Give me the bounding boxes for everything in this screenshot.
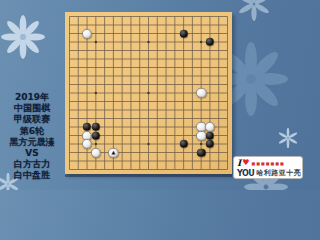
caption-vs: VS: [0, 148, 64, 159]
sparkle-decoration-right: [278, 128, 298, 148]
go-board[interactable]: ▲: [65, 12, 232, 174]
caption-black-player: 黑方元晟溱: [0, 137, 64, 148]
channel-watermark: I ♥ ■■■■■■■ YOU 哈利路亚十亮: [233, 156, 303, 179]
watermark-you: YOU: [237, 169, 254, 178]
watermark-small-red-text: ■■■■■■■: [251, 161, 284, 166]
watermark-i: I: [237, 158, 241, 168]
caption-round: 第6轮: [0, 126, 64, 137]
caption-year: 2019年: [0, 92, 64, 103]
caption-white-player: 白方古力: [0, 159, 64, 170]
heart-icon: ♥: [242, 159, 249, 167]
caption-result: 白中盘胜: [0, 170, 64, 181]
caption-league: 甲级联赛: [0, 114, 64, 125]
caption-event: 中国围棋: [0, 103, 64, 114]
flower-decoration-top-left: [0, 14, 46, 60]
flower-decoration-top-right: [236, 0, 272, 22]
watermark-channel-name: 哈利路亚十亮: [256, 168, 301, 178]
last-move-marker: ▲: [111, 150, 115, 155]
game-caption: 2019年 中国围棋 甲级联赛 第6轮 黑方元晟溱 VS 白方古力 白中盘胜: [0, 92, 64, 182]
